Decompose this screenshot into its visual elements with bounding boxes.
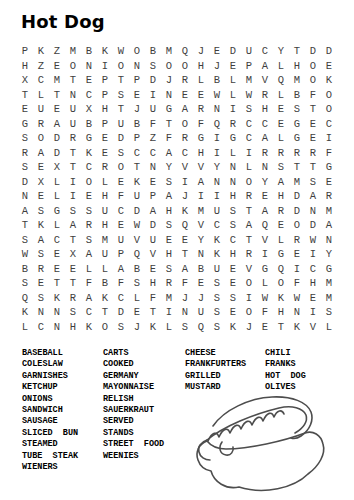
grid-cell: S: [209, 276, 225, 291]
grid-cell: C: [129, 146, 145, 161]
grid-cell: N: [225, 175, 241, 190]
grid-cell: R: [257, 146, 273, 161]
grid-cell: K: [209, 233, 225, 248]
grid-cell: Q: [17, 291, 33, 306]
word-list-item: SAUERKRAUT: [103, 405, 185, 416]
word-list-item: GERMANY: [103, 371, 185, 382]
grid-cell: Q: [177, 218, 193, 233]
grid-cell: C: [257, 44, 273, 59]
grid-cell: K: [145, 320, 161, 335]
grid-cell: O: [289, 218, 305, 233]
grid-cell: U: [209, 204, 225, 219]
grid-cell: S: [81, 204, 97, 219]
grid-cell: A: [145, 204, 161, 219]
grid-cell: L: [129, 291, 145, 306]
grid-cell: R: [273, 204, 289, 219]
grid-cell: U: [209, 262, 225, 277]
word-list-item: WEENIES: [103, 451, 185, 462]
grid-cell: T: [65, 73, 81, 88]
grid-cell: W: [257, 291, 273, 306]
grid-cell: L: [273, 233, 289, 248]
grid-cell: H: [17, 59, 33, 74]
grid-cell: Y: [321, 247, 337, 262]
grid-cell: I: [241, 146, 257, 161]
grid-cell: E: [49, 59, 65, 74]
grid-cell: K: [209, 247, 225, 262]
grid-cell: Q: [273, 262, 289, 277]
grid-cell: U: [241, 44, 257, 59]
grid-cell: E: [225, 305, 241, 320]
grid-cell: B: [81, 44, 97, 59]
hot-dog-bottom-bun-outline: [197, 432, 324, 490]
grid-cell: B: [17, 262, 33, 277]
grid-cell: L: [49, 175, 65, 190]
grid-cell: S: [65, 305, 81, 320]
grid-cell: H: [65, 320, 81, 335]
grid-cell: J: [129, 320, 145, 335]
grid-cell: Q: [129, 247, 145, 262]
grid-cell: T: [145, 305, 161, 320]
grid-cell: L: [81, 262, 97, 277]
grid-cell: N: [209, 175, 225, 190]
grid-cell: I: [305, 305, 321, 320]
grid-cell: M: [161, 44, 177, 59]
grid-cell: C: [113, 291, 129, 306]
grid-cell: P: [129, 73, 145, 88]
grid-cell: W: [113, 44, 129, 59]
grid-cell: E: [177, 88, 193, 103]
grid-cell: Y: [257, 175, 273, 190]
grid-cell: E: [161, 233, 177, 248]
grid-cell: S: [17, 276, 33, 291]
grid-cell: G: [49, 204, 65, 219]
grid-cell: N: [209, 102, 225, 117]
grid-cell: Y: [193, 233, 209, 248]
grid-cell: G: [225, 131, 241, 146]
grid-cell: D: [321, 44, 337, 59]
grid-cell: N: [193, 247, 209, 262]
grid-cell: S: [161, 218, 177, 233]
grid-cell: H: [305, 276, 321, 291]
word-list-item: HOT DOG: [265, 371, 335, 382]
grid-cell: T: [241, 233, 257, 248]
grid-cell: O: [113, 59, 129, 74]
grid-cell: E: [273, 117, 289, 132]
grid-cell: E: [273, 218, 289, 233]
grid-cell: R: [289, 146, 305, 161]
grid-cell: I: [289, 262, 305, 277]
word-list-item: TUBE STEAK: [22, 451, 103, 462]
grid-cell: C: [321, 117, 337, 132]
grid-cell: P: [145, 189, 161, 204]
grid-cell: T: [305, 160, 321, 175]
grid-cell: E: [145, 175, 161, 190]
grid-cell: E: [129, 305, 145, 320]
grid-cell: D: [289, 189, 305, 204]
grid-cell: R: [305, 146, 321, 161]
word-list-item: KETCHUP: [22, 382, 103, 393]
grid-cell: R: [65, 131, 81, 146]
grid-cell: N: [225, 160, 241, 175]
grid-cell: V: [193, 160, 209, 175]
grid-cell: S: [113, 146, 129, 161]
grid-cell: S: [33, 291, 49, 306]
grid-cell: R: [241, 247, 257, 262]
word-list-column-1: BASEBALLCOLESLAWGARNISHESKETCHUPONIONSSA…: [22, 348, 103, 473]
grid-cell: S: [241, 102, 257, 117]
grid-cell: B: [129, 262, 145, 277]
grid-cell: S: [209, 320, 225, 335]
grid-cell: K: [289, 320, 305, 335]
grid-cell: O: [321, 102, 337, 117]
grid-cell: Q: [273, 73, 289, 88]
grid-cell: E: [145, 262, 161, 277]
grid-cell: R: [225, 117, 241, 132]
grid-cell: U: [33, 102, 49, 117]
grid-cell: C: [257, 117, 273, 132]
grid-cell: L: [225, 73, 241, 88]
grid-cell: V: [129, 233, 145, 248]
word-list-item: SANDWICH: [22, 405, 103, 416]
grid-cell: E: [129, 88, 145, 103]
grid-cell: D: [49, 146, 65, 161]
grid-cell: Z: [145, 131, 161, 146]
grid-cell: M: [97, 233, 113, 248]
grid-cell: T: [305, 102, 321, 117]
grid-cell: C: [305, 262, 321, 277]
hot-dog-topping-squiggle: [208, 411, 284, 441]
grid-cell: P: [17, 44, 33, 59]
grid-cell: M: [289, 175, 305, 190]
grid-cell: K: [177, 204, 193, 219]
grid-cell: J: [177, 189, 193, 204]
grid-cell: J: [193, 44, 209, 59]
grid-cell: E: [65, 262, 81, 277]
grid-cell: A: [273, 175, 289, 190]
grid-cell: L: [225, 88, 241, 103]
grid-cell: N: [145, 160, 161, 175]
grid-cell: L: [49, 189, 65, 204]
grid-cell: R: [17, 146, 33, 161]
word-list-item: STREET FOOD: [103, 439, 185, 450]
grid-cell: U: [145, 102, 161, 117]
grid-cell: U: [113, 233, 129, 248]
grid-cell: W: [305, 233, 321, 248]
grid-cell: V: [241, 262, 257, 277]
grid-cell: E: [81, 73, 97, 88]
grid-cell: A: [81, 247, 97, 262]
page-title: Hot Dog: [21, 11, 105, 32]
grid-cell: R: [97, 160, 113, 175]
grid-cell: D: [113, 131, 129, 146]
grid-cell: H: [193, 146, 209, 161]
grid-cell: I: [209, 146, 225, 161]
grid-cell: T: [17, 218, 33, 233]
word-list-item: CHEESE: [185, 348, 265, 359]
grid-cell: C: [33, 73, 49, 88]
grid-cell: W: [129, 218, 145, 233]
grid-cell: T: [177, 247, 193, 262]
grid-cell: Z: [33, 59, 49, 74]
grid-cell: L: [49, 218, 65, 233]
grid-cell: N: [161, 88, 177, 103]
grid-cell: P: [97, 73, 113, 88]
grid-cell: G: [257, 262, 273, 277]
grid-cell: S: [65, 204, 81, 219]
grid-cell: S: [225, 218, 241, 233]
grid-cell: A: [257, 204, 273, 219]
grid-cell: D: [289, 204, 305, 219]
grid-cell: F: [257, 305, 273, 320]
grid-cell: V: [145, 247, 161, 262]
grid-cell: E: [257, 320, 273, 335]
word-list-item: SLICED BUN: [22, 428, 103, 439]
grid-cell: H: [97, 189, 113, 204]
grid-cell: L: [161, 320, 177, 335]
grid-cell: I: [209, 131, 225, 146]
grid-cell: E: [289, 247, 305, 262]
grid-cell: E: [225, 59, 241, 74]
grid-cell: L: [17, 320, 33, 335]
grid-cell: S: [17, 131, 33, 146]
grid-cell: N: [305, 204, 321, 219]
grid-cell: V: [305, 320, 321, 335]
grid-cell: I: [177, 175, 193, 190]
grid-cell: M: [65, 44, 81, 59]
grid-cell: G: [81, 131, 97, 146]
grid-cell: E: [113, 175, 129, 190]
grid-cell: S: [145, 59, 161, 74]
grid-cell: S: [273, 160, 289, 175]
grid-cell: A: [17, 204, 33, 219]
word-list-item: FRANKFURTERS: [185, 359, 265, 370]
grid-cell: E: [49, 247, 65, 262]
grid-cell: T: [97, 305, 113, 320]
grid-cell: T: [65, 146, 81, 161]
grid-cell: K: [81, 320, 97, 335]
grid-cell: E: [177, 233, 193, 248]
grid-cell: N: [177, 305, 193, 320]
grid-cell: J: [241, 320, 257, 335]
grid-cell: A: [257, 131, 273, 146]
grid-cell: I: [241, 291, 257, 306]
grid-cell: F: [145, 291, 161, 306]
grid-cell: S: [33, 204, 49, 219]
grid-cell: O: [241, 276, 257, 291]
grid-cell: I: [225, 102, 241, 117]
grid-cell: J: [129, 102, 145, 117]
grid-cell: U: [97, 204, 113, 219]
grid-cell: D: [49, 131, 65, 146]
grid-cell: F: [177, 276, 193, 291]
grid-cell: E: [97, 131, 113, 146]
grid-cell: T: [289, 44, 305, 59]
grid-cell: R: [33, 262, 49, 277]
word-list-item: RELISH: [103, 394, 185, 405]
grid-cell: T: [49, 88, 65, 103]
grid-cell: Y: [161, 160, 177, 175]
grid-cell: L: [273, 131, 289, 146]
grid-cell: M: [321, 276, 337, 291]
grid-cell: A: [321, 218, 337, 233]
grid-cell: T: [241, 204, 257, 219]
grid-cell: O: [81, 175, 97, 190]
grid-cell: E: [209, 44, 225, 59]
grid-cell: C: [225, 233, 241, 248]
grid-cell: S: [209, 291, 225, 306]
grid-cell: A: [161, 146, 177, 161]
grid-cell: A: [177, 262, 193, 277]
grid-cell: R: [193, 102, 209, 117]
grid-cell: F: [193, 117, 209, 132]
word-list-column-2: CARTSCOOKEDGERMANYMAYONNAISERELISHSAUERK…: [103, 348, 185, 473]
grid-cell: R: [321, 189, 337, 204]
grid-cell: L: [225, 146, 241, 161]
word-search-grid: PKZMBKWOBMQJEDUCYTDDHZEONIONSOOHJEPALHOE…: [17, 44, 337, 334]
hot-dog-illustration: [194, 392, 334, 494]
word-list-item: GRILLED: [185, 371, 265, 382]
grid-cell: R: [177, 131, 193, 146]
grid-cell: H: [161, 247, 177, 262]
grid-cell: X: [65, 247, 81, 262]
grid-cell: S: [81, 233, 97, 248]
grid-cell: A: [49, 117, 65, 132]
grid-cell: I: [65, 175, 81, 190]
grid-cell: S: [225, 291, 241, 306]
grid-cell: S: [33, 247, 49, 262]
grid-cell: L: [321, 320, 337, 335]
grid-cell: A: [33, 146, 49, 161]
grid-cell: S: [17, 160, 33, 175]
grid-cell: E: [97, 146, 113, 161]
grid-cell: S: [177, 320, 193, 335]
grid-cell: F: [305, 88, 321, 103]
grid-cell: E: [193, 88, 209, 103]
grid-cell: K: [273, 291, 289, 306]
grid-cell: C: [49, 233, 65, 248]
grid-cell: Q: [209, 117, 225, 132]
word-list-item: FRANKS: [265, 359, 335, 370]
grid-cell: M: [321, 204, 337, 219]
grid-cell: B: [129, 117, 145, 132]
grid-cell: G: [321, 160, 337, 175]
grid-cell: Y: [209, 160, 225, 175]
grid-cell: M: [289, 73, 305, 88]
grid-cell: G: [161, 102, 177, 117]
grid-cell: A: [177, 102, 193, 117]
grid-cell: C: [241, 131, 257, 146]
grid-cell: E: [33, 160, 49, 175]
grid-cell: R: [65, 291, 81, 306]
grid-cell: S: [209, 305, 225, 320]
grid-cell: S: [225, 204, 241, 219]
grid-cell: O: [305, 59, 321, 74]
grid-cell: T: [65, 233, 81, 248]
grid-cell: J: [193, 291, 209, 306]
grid-cell: H: [193, 59, 209, 74]
grid-cell: A: [241, 218, 257, 233]
grid-cell: M: [321, 291, 337, 306]
grid-cell: K: [97, 291, 113, 306]
grid-cell: Q: [177, 44, 193, 59]
grid-cell: B: [193, 262, 209, 277]
grid-cell: E: [305, 131, 321, 146]
grid-cell: E: [305, 291, 321, 306]
grid-cell: N: [49, 305, 65, 320]
grid-cell: G: [17, 117, 33, 132]
word-list-item: SAUSAGE: [22, 416, 103, 427]
word-list-item: COOKED: [103, 359, 185, 370]
grid-cell: I: [97, 59, 113, 74]
word-list-item: BASEBALL: [22, 348, 103, 359]
grid-cell: S: [129, 276, 145, 291]
grid-cell: S: [113, 88, 129, 103]
grid-cell: E: [17, 102, 33, 117]
grid-cell: H: [97, 102, 113, 117]
grid-cell: N: [81, 59, 97, 74]
grid-cell: O: [97, 320, 113, 335]
grid-cell: F: [161, 131, 177, 146]
grid-cell: R: [33, 117, 49, 132]
grid-cell: K: [97, 44, 113, 59]
grid-cell: Q: [257, 218, 273, 233]
grid-cell: C: [145, 146, 161, 161]
grid-cell: H: [225, 247, 241, 262]
grid-cell: L: [97, 262, 113, 277]
grid-cell: D: [113, 305, 129, 320]
grid-cell: I: [161, 305, 177, 320]
grid-cell: M: [193, 204, 209, 219]
grid-cell: P: [241, 59, 257, 74]
grid-cell: T: [289, 160, 305, 175]
grid-cell: M: [241, 73, 257, 88]
grid-cell: J: [161, 73, 177, 88]
grid-cell: F: [321, 146, 337, 161]
grid-cell: I: [145, 88, 161, 103]
grid-cell: T: [129, 160, 145, 175]
grid-cell: L: [273, 88, 289, 103]
grid-cell: A: [65, 218, 81, 233]
grid-cell: Z: [49, 44, 65, 59]
grid-cell: M: [49, 73, 65, 88]
grid-cell: N: [289, 305, 305, 320]
grid-cell: F: [113, 189, 129, 204]
grid-cell: E: [225, 262, 241, 277]
grid-cell: G: [273, 247, 289, 262]
grid-cell: F: [113, 276, 129, 291]
grid-cell: E: [49, 262, 65, 277]
grid-cell: D: [145, 73, 161, 88]
grid-cell: D: [225, 44, 241, 59]
grid-cell: V: [257, 73, 273, 88]
grid-cell: O: [65, 59, 81, 74]
grid-cell: E: [193, 276, 209, 291]
grid-cell: R: [177, 73, 193, 88]
grid-cell: L: [193, 73, 209, 88]
grid-cell: O: [305, 73, 321, 88]
grid-cell: I: [257, 247, 273, 262]
grid-cell: C: [81, 160, 97, 175]
grid-cell: I: [209, 189, 225, 204]
grid-cell: T: [113, 102, 129, 117]
hot-dog-sausage-outline: [207, 407, 307, 440]
grid-cell: J: [177, 291, 193, 306]
grid-cell: W: [241, 88, 257, 103]
grid-cell: X: [81, 102, 97, 117]
grid-cell: S: [305, 175, 321, 190]
grid-cell: N: [321, 233, 337, 248]
grid-cell: R: [257, 88, 273, 103]
